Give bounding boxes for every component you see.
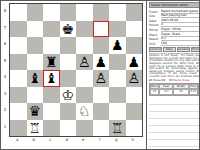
rank-label-1: 1 <box>1 119 9 136</box>
square-b8[interactable] <box>27 4 44 21</box>
white-pawn-piece[interactable]: ♙ <box>76 54 93 71</box>
square-a5[interactable] <box>10 54 27 71</box>
square-e1[interactable] <box>76 120 93 137</box>
square-c8[interactable] <box>43 4 60 21</box>
rank-label-6: 6 <box>1 36 9 53</box>
square-b3[interactable] <box>27 87 44 104</box>
file-label-a: a <box>9 137 26 143</box>
black-bishop-piece[interactable]: ♝ <box>27 70 44 87</box>
black-king-piece[interactable]: ♚ <box>60 21 77 38</box>
square-d4[interactable] <box>60 70 77 87</box>
rank-label-5: 5 <box>1 53 9 70</box>
square-d5[interactable] <box>60 54 77 71</box>
square-h5[interactable]: ♟ <box>126 54 143 71</box>
square-a6[interactable] <box>10 37 27 54</box>
black-pawn-piece[interactable]: ♟ <box>109 37 126 54</box>
white-king-piece[interactable]: ♔ <box>60 87 77 104</box>
table-value-time: 0:12 <box>189 89 198 95</box>
file-label-b: b <box>26 137 43 143</box>
square-e3[interactable] <box>76 87 93 104</box>
button-row: Comment NAGs Variations Promote <box>149 47 200 52</box>
square-a2[interactable] <box>10 103 27 120</box>
table-value-eval: -4.2 <box>159 89 173 95</box>
comment-button[interactable]: Comment <box>149 47 162 52</box>
black-queen-piece[interactable]: ♛ <box>27 103 44 120</box>
square-f7[interactable] <box>93 21 110 38</box>
chess-app-window: { "game": "chess", "position": "8/3k4/6p… <box>0 0 200 150</box>
square-g4[interactable] <box>109 70 126 87</box>
square-b5[interactable] <box>27 54 44 71</box>
square-e7[interactable] <box>76 21 93 38</box>
list-item[interactable] <box>149 119 200 126</box>
rank-label-7: 7 <box>1 20 9 37</box>
square-g8[interactable] <box>109 4 126 21</box>
file-label-e: e <box>75 137 92 143</box>
square-g5[interactable] <box>109 54 126 71</box>
black-pawn-piece[interactable]: ♟ <box>93 54 110 71</box>
rank-label-4: 4 <box>1 69 9 86</box>
square-f4[interactable]: ♙ <box>93 70 110 87</box>
field-row-eco: ECO C60 <box>149 41 200 46</box>
file-label-g: g <box>108 137 125 143</box>
site-label: Site <box>149 14 161 18</box>
eco-label: ECO <box>149 42 161 46</box>
move-list-empty[interactable] <box>149 98 200 150</box>
date-label: Date <box>149 19 161 23</box>
square-b6[interactable] <box>27 37 44 54</box>
file-label-c: c <box>42 137 59 143</box>
square-f3[interactable] <box>93 87 110 104</box>
square-h3[interactable] <box>126 87 143 104</box>
square-g3[interactable] <box>109 87 126 104</box>
file-label-d: d <box>59 137 76 143</box>
square-f1[interactable] <box>93 120 110 137</box>
square-c2[interactable] <box>43 103 60 120</box>
file-label-f: f <box>92 137 109 143</box>
square-c4[interactable]: ♝ <box>43 70 60 87</box>
square-d2[interactable] <box>60 103 77 120</box>
variations-button[interactable]: Variations <box>177 47 190 52</box>
square-c7[interactable] <box>43 21 60 38</box>
board-panel: 87654321 ♚♟♜♙♟♟♝♝♙♙♔♛♘♖♖ abcdefgh <box>1 1 147 149</box>
white-knight-piece[interactable]: ♘ <box>76 103 93 120</box>
square-b1[interactable]: ♖ <box>27 120 44 137</box>
rank-label-8: 8 <box>1 3 9 20</box>
square-h1[interactable] <box>126 120 143 137</box>
square-g2[interactable] <box>109 103 126 120</box>
square-h6[interactable] <box>126 37 143 54</box>
square-a7[interactable] <box>10 21 27 38</box>
nags-button[interactable]: NAGs <box>163 47 176 52</box>
result-label: Result <box>149 37 161 41</box>
square-b4[interactable]: ♝ <box>27 70 44 87</box>
square-c3[interactable] <box>43 87 60 104</box>
side-to-move: White to move <box>169 78 190 82</box>
square-a4[interactable] <box>10 70 27 87</box>
annotation-text[interactable]: White is down significant material but t… <box>149 53 200 77</box>
field-rows: Event Rated tournament game Site Main pl… <box>149 9 200 46</box>
square-a8[interactable] <box>10 4 27 21</box>
game-info-panel: Game information editor Event Rated tour… <box>147 1 200 149</box>
white-label: White <box>149 28 161 32</box>
rank-label-2: 2 <box>1 102 9 119</box>
square-f8[interactable] <box>93 4 110 21</box>
eco-field[interactable]: C60 <box>161 41 200 46</box>
square-e4[interactable] <box>76 70 93 87</box>
square-d7[interactable]: ♚ <box>60 21 77 38</box>
square-d1[interactable] <box>60 120 77 137</box>
list-item[interactable] <box>149 140 200 147</box>
status-row: At move 34: White to move <box>149 78 200 82</box>
chess-board[interactable]: ♚♟♜♙♟♟♝♝♙♙♔♛♘♖♖ <box>9 3 143 137</box>
black-label: Black <box>149 33 161 37</box>
promote-button[interactable]: Promote <box>191 47 200 52</box>
file-labels: abcdefgh <box>9 137 141 143</box>
rank-labels: 87654321 <box>1 3 9 135</box>
square-c6[interactable] <box>43 37 60 54</box>
list-item[interactable] <box>149 147 200 150</box>
eval-table: Move Eval Depth Time 34 -4.2 18 0:12 <box>149 83 199 96</box>
square-a1[interactable] <box>10 120 27 137</box>
square-d6[interactable] <box>60 37 77 54</box>
black-bishop-piece[interactable]: ♝ <box>43 70 60 87</box>
list-item[interactable] <box>149 98 200 105</box>
square-g6[interactable]: ♟ <box>109 37 126 54</box>
square-c1[interactable] <box>43 120 60 137</box>
panel-header: Game information editor <box>149 2 200 8</box>
table-value-move: 34 <box>150 89 159 95</box>
white-rook-piece[interactable]: ♖ <box>27 120 44 137</box>
square-f6[interactable] <box>93 37 110 54</box>
white-pawn-piece[interactable]: ♙ <box>93 70 110 87</box>
square-g7[interactable] <box>109 21 126 38</box>
square-d8[interactable] <box>60 4 77 21</box>
square-f2[interactable] <box>93 103 110 120</box>
square-h2[interactable] <box>126 103 143 120</box>
square-h8[interactable] <box>126 4 143 21</box>
list-item[interactable] <box>149 105 200 112</box>
rank-label-3: 3 <box>1 86 9 103</box>
list-item[interactable] <box>149 112 200 119</box>
black-pawn-piece[interactable]: ♟ <box>126 54 143 71</box>
square-c5[interactable]: ♜ <box>43 54 60 71</box>
round-label: Round <box>149 23 161 27</box>
file-label-h: h <box>125 137 142 143</box>
list-item[interactable] <box>149 126 200 133</box>
square-e5[interactable]: ♙ <box>76 54 93 71</box>
list-item[interactable] <box>149 133 200 140</box>
square-h7[interactable] <box>126 21 143 38</box>
table-value-depth: 18 <box>173 89 189 95</box>
white-rook-piece[interactable]: ♖ <box>109 120 126 137</box>
square-e8[interactable] <box>76 4 93 21</box>
square-f5[interactable]: ♟ <box>93 54 110 71</box>
square-a3[interactable] <box>10 87 27 104</box>
event-label: Event <box>149 10 161 14</box>
square-b2[interactable]: ♛ <box>27 103 44 120</box>
black-rook-piece[interactable]: ♜ <box>43 54 60 71</box>
square-h4[interactable]: ♙ <box>126 70 143 87</box>
square-e6[interactable] <box>76 37 93 54</box>
move-status: At move 34: <box>149 78 166 82</box>
square-b7[interactable] <box>27 21 44 38</box>
square-d3[interactable]: ♔ <box>60 87 77 104</box>
square-g1[interactable]: ♖ <box>109 120 126 137</box>
square-e2[interactable]: ♘ <box>76 103 93 120</box>
white-pawn-piece[interactable]: ♙ <box>126 70 143 87</box>
